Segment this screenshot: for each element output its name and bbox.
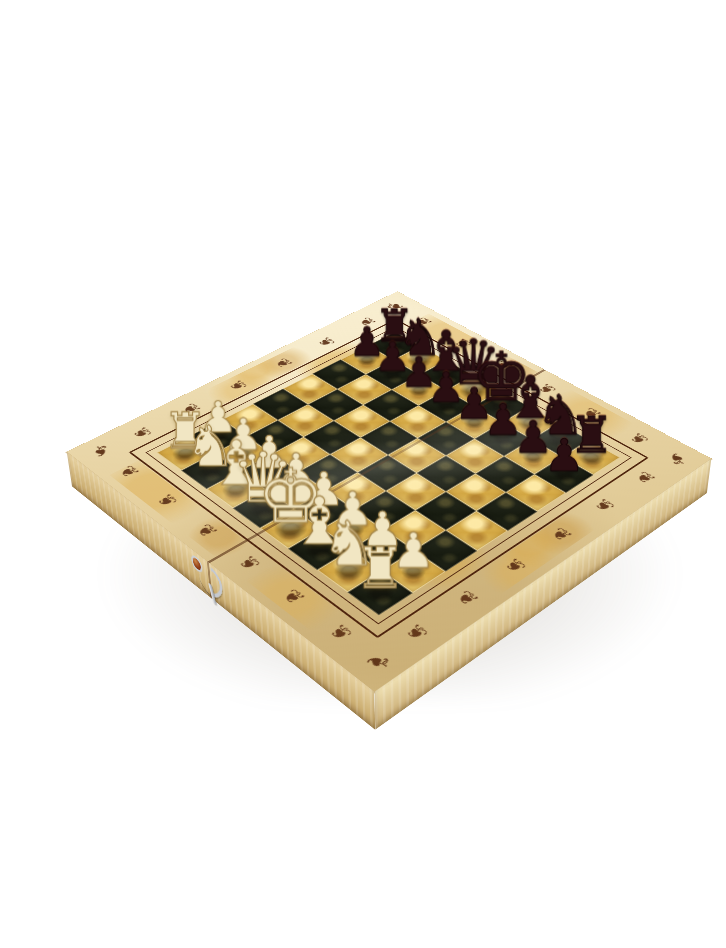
square-f5[interactable] <box>416 456 475 492</box>
corner-fleuron-icon: ❧ <box>663 452 692 465</box>
fleuron-ornament-icon: ❦ <box>115 463 143 480</box>
fleuron-ornament-icon: ❦ <box>452 588 483 609</box>
fleuron-ornament-icon: ❦ <box>313 336 338 349</box>
corner-fleuron-icon: ❧ <box>385 300 404 312</box>
corner-fleuron-icon: ❧ <box>364 651 391 674</box>
board-top-surface: ❦❦❦❦❦❦ ❦❦❦❦❦❦ ❦❦❦❦❦❦ ❦❦❦❦❦❦ ❧ ❧ ❧ ❧ <box>67 291 712 692</box>
fleuron-ornament-icon: ❦ <box>546 525 575 544</box>
product-photo-stage: ❦❦❦❦❦❦ ❦❦❦❦❦❦ ❦❦❦❦❦❦ ❦❦❦❦❦❦ ❧ ❧ ❧ ❧ ♜♞♝ <box>0 0 726 948</box>
fleuron-ornament-icon: ❦ <box>225 378 251 392</box>
fleuron-ornament-icon: ❦ <box>128 425 155 441</box>
fleuron-ornament-icon: ❦ <box>270 357 295 371</box>
perspective-scene: ❦❦❦❦❦❦ ❦❦❦❦❦❦ ❦❦❦❦❦❦ ❦❦❦❦❦❦ ❧ ❧ ❧ ❧ ♜♞♝ <box>0 0 726 948</box>
square-g5[interactable] <box>446 474 506 511</box>
fleuron-ornament-icon: ❦ <box>631 469 659 486</box>
square-h4[interactable] <box>446 511 508 551</box>
chess-board-box: ❦❦❦❦❦❦ ❦❦❦❦❦❦ ❦❦❦❦❦❦ ❦❦❦❦❦❦ ❧ ❧ ❧ ❧ ♜♞♝ <box>67 291 712 692</box>
square-h5[interactable] <box>476 492 537 531</box>
fleuron-ornament-icon: ❦ <box>626 431 653 447</box>
fleuron-ornament-icon: ❦ <box>355 316 379 329</box>
fleuron-ornament-icon: ❦ <box>400 621 432 643</box>
fleuron-ornament-icon: ❦ <box>192 521 222 540</box>
piece-black-pawn-h7[interactable]: ♟ <box>544 432 584 477</box>
fleuron-ornament-icon: ❦ <box>278 586 309 607</box>
corner-fleuron-icon: ❧ <box>86 445 116 458</box>
fleuron-ornament-icon: ❦ <box>590 497 618 515</box>
square-g6[interactable] <box>475 456 534 492</box>
fleuron-ornament-icon: ❦ <box>234 553 264 573</box>
piece-white-rook-h1[interactable]: ♜ <box>355 540 406 596</box>
fleuron-ornament-icon: ❦ <box>152 492 181 510</box>
fleuron-ornament-icon: ❦ <box>325 622 357 644</box>
square-h6[interactable] <box>506 474 566 511</box>
fleuron-ornament-icon: ❦ <box>500 556 530 576</box>
fleuron-ornament-icon: ❦ <box>534 382 560 396</box>
fleuron-ornament-icon: ❦ <box>450 337 474 350</box>
fleuron-ornament-icon: ❦ <box>491 359 516 373</box>
